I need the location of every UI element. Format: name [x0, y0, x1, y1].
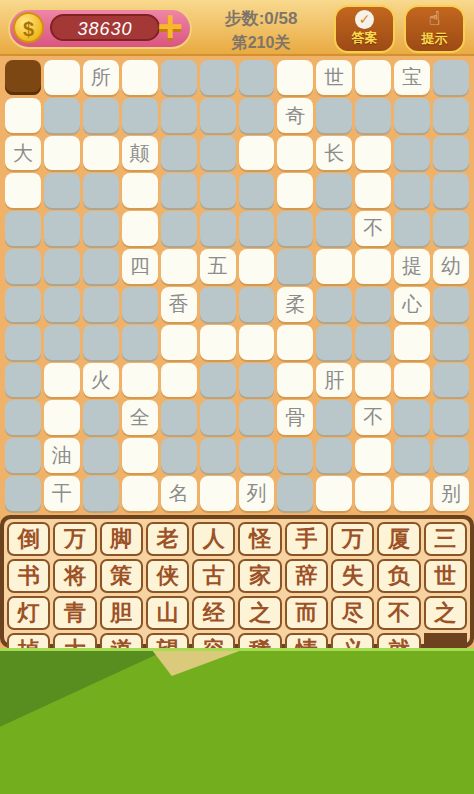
board-cell-blocked [122, 325, 158, 360]
game-screen: $ 38630 + 步数:0/58 第210关 ✓ 答案 ☝ 提示 所世宝奇大颠… [0, 0, 474, 794]
board-cell-blocked [5, 476, 41, 511]
tray-tile[interactable]: 辞 [285, 559, 328, 593]
tray-tile[interactable]: 策 [100, 559, 143, 593]
tray-tile[interactable]: 尽 [331, 596, 374, 630]
board-grid: 所世宝奇大颠长不四五提幼香柔心火肝全骨不油干名列别 [5, 60, 469, 511]
board-cell-blocked [5, 363, 41, 398]
board-cell-blocked [44, 249, 80, 284]
tray-tile[interactable]: 负 [377, 559, 420, 593]
board-cell-empty[interactable] [44, 400, 80, 435]
board-cell-blocked [5, 325, 41, 360]
coin-amount: 38630 [50, 14, 160, 41]
tray-tile[interactable]: 人 [192, 522, 235, 556]
board-cell-letter[interactable]: 干 [44, 476, 80, 511]
board-cell-blocked [200, 211, 236, 246]
tray-tile[interactable]: 书 [7, 559, 50, 593]
board-cell-blocked [316, 173, 352, 208]
board-cell-blocked [277, 438, 313, 473]
check-icon: ✓ [355, 10, 374, 29]
board-cell-blocked [394, 173, 430, 208]
board-cell-empty[interactable] [200, 476, 236, 511]
board-cell-empty[interactable] [394, 325, 430, 360]
board-cell-blocked [44, 173, 80, 208]
board-cell-blocked [5, 400, 41, 435]
board-cell-letter[interactable]: 油 [44, 438, 80, 473]
board-cell-blocked [239, 438, 275, 473]
board-cell-letter[interactable]: 幼 [433, 249, 469, 284]
board-cell-blocked [433, 98, 469, 133]
steps-panel: 步数:0/58 第210关 [194, 7, 328, 54]
board-cell-blocked [355, 325, 391, 360]
level-indicator: 第210关 [194, 33, 328, 54]
board-cell-blocked [83, 287, 119, 322]
board-cell-blocked [5, 249, 41, 284]
board-cell-letter[interactable]: 世 [316, 60, 352, 95]
board-cell-empty[interactable] [239, 325, 275, 360]
board-cell-blocked [122, 287, 158, 322]
board-cell-empty[interactable] [355, 476, 391, 511]
board-cell-blocked [433, 400, 469, 435]
tray-tile[interactable]: 厦 [377, 522, 420, 556]
tray-tile[interactable]: 灯 [7, 596, 50, 630]
board-cell-empty[interactable] [200, 325, 236, 360]
board-cell-empty[interactable] [122, 476, 158, 511]
board-cell-empty[interactable] [44, 60, 80, 95]
board-cell-blocked [161, 98, 197, 133]
board-cell-letter[interactable]: 不 [355, 400, 391, 435]
board-cell-letter[interactable]: 提 [394, 249, 430, 284]
board-cell-letter[interactable]: 火 [83, 363, 119, 398]
coin-icon: $ [13, 12, 44, 43]
tray-tile[interactable]: 脚 [100, 522, 143, 556]
board-cell-blocked [5, 211, 41, 246]
tray-tile[interactable]: 之 [424, 596, 467, 630]
board-cell-empty[interactable] [277, 173, 313, 208]
board-cell-letter[interactable]: 柔 [277, 287, 313, 322]
board-cell-blocked [239, 211, 275, 246]
board-cell-blocked [200, 98, 236, 133]
board-cell-blocked [5, 438, 41, 473]
board-cell-blocked [277, 211, 313, 246]
board-cell-empty[interactable] [316, 476, 352, 511]
board-cell-blocked [316, 400, 352, 435]
board-cell-blocked [239, 173, 275, 208]
board-cell-letter[interactable]: 肝 [316, 363, 352, 398]
board-cell-letter[interactable]: 宝 [394, 60, 430, 95]
tray-tile[interactable]: 胆 [100, 596, 143, 630]
board-cell-empty[interactable] [277, 60, 313, 95]
board-cell-blocked [161, 173, 197, 208]
tray-tile[interactable]: 将 [53, 559, 96, 593]
tray-tile[interactable]: 之 [238, 596, 281, 630]
board-cell-blocked [200, 287, 236, 322]
add-coins-button[interactable]: + [148, 4, 192, 50]
board-cell-letter[interactable]: 名 [161, 476, 197, 511]
board-cell-blocked [44, 325, 80, 360]
board-cell-letter[interactable]: 奇 [277, 98, 313, 133]
board-cell-blocked [355, 287, 391, 322]
sand-patch-shape [152, 650, 242, 676]
steps-counter: 步数:0/58 [194, 7, 328, 30]
board-cell-empty[interactable] [122, 438, 158, 473]
board-cell-blocked [433, 211, 469, 246]
tray-tile[interactable]: 三 [424, 522, 467, 556]
board-cell-letter[interactable]: 所 [83, 60, 119, 95]
board-cell-blocked [200, 400, 236, 435]
board-cell-letter[interactable]: 别 [433, 476, 469, 511]
board-cell-letter[interactable]: 香 [161, 287, 197, 322]
board-cell-empty[interactable] [394, 363, 430, 398]
board-cell-empty[interactable] [394, 476, 430, 511]
hint-button[interactable]: ☝ 提示 [404, 5, 465, 53]
board-cell-blocked [83, 249, 119, 284]
tray-tile[interactable]: 古 [192, 559, 235, 593]
board-cell-blocked [433, 136, 469, 171]
grass-background [0, 648, 474, 794]
board-cell-blocked [122, 98, 158, 133]
board-cell-empty[interactable] [316, 249, 352, 284]
board-cell-blocked [200, 438, 236, 473]
board-cell-blocked [394, 98, 430, 133]
top-bar: $ 38630 + 步数:0/58 第210关 ✓ 答案 ☝ 提示 [0, 0, 474, 56]
board-cell-blocked [83, 211, 119, 246]
board-cell-empty[interactable] [239, 249, 275, 284]
board-cell-blocked [394, 438, 430, 473]
tray-tile[interactable]: 失 [331, 559, 374, 593]
board-cell-empty[interactable] [161, 249, 197, 284]
board-cell-letter[interactable]: 长 [316, 136, 352, 171]
board-cell-blocked [5, 287, 41, 322]
board-cell-empty[interactable] [44, 136, 80, 171]
tray-grid: 倒万脚老人怪手万厦三书将策侠古家辞失负世灯青胆山经之而尽不之掉大道望容稀情义就 [4, 519, 470, 644]
board-cell-blocked [239, 60, 275, 95]
board-cell-blocked [83, 173, 119, 208]
tray-tile[interactable]: 经 [192, 596, 235, 630]
board-cell-blocked [316, 438, 352, 473]
tray-tile[interactable]: 青 [53, 596, 96, 630]
board-cell-empty[interactable] [355, 249, 391, 284]
board-cell-blocked [200, 363, 236, 398]
board-cell-blocked [316, 211, 352, 246]
board-cell-blocked [161, 136, 197, 171]
character-tray: 倒万脚老人怪手万厦三书将策侠古家辞失负世灯青胆山经之而尽不之掉大道望容稀情义就 [0, 515, 474, 648]
tray-tile[interactable]: 不 [377, 596, 420, 630]
board-cell-letter[interactable]: 全 [122, 400, 158, 435]
tray-tile[interactable]: 侠 [146, 559, 189, 593]
board-cell-blocked [433, 287, 469, 322]
tray-tile[interactable]: 家 [238, 559, 281, 593]
hint-button-label: 提示 [406, 30, 463, 48]
board-cell-blocked [161, 438, 197, 473]
board-cell-blocked [316, 325, 352, 360]
board-cell-blocked [394, 136, 430, 171]
board-cell-letter[interactable]: 四 [122, 249, 158, 284]
board-cell-letter[interactable]: 五 [200, 249, 236, 284]
tray-tile[interactable]: 怪 [238, 522, 281, 556]
tray-tile[interactable]: 万 [53, 522, 96, 556]
board-cell-blocked [277, 249, 313, 284]
board-cell-letter[interactable]: 不 [355, 211, 391, 246]
board-cell-empty[interactable] [277, 325, 313, 360]
board-cell-blocked [44, 98, 80, 133]
board-cell-blocked [239, 363, 275, 398]
tray-tile[interactable]: 万 [331, 522, 374, 556]
tray-tile[interactable]: 倒 [7, 522, 50, 556]
answer-button[interactable]: ✓ 答案 [334, 5, 395, 53]
board-cell-blocked [44, 287, 80, 322]
board-cell-blocked [161, 211, 197, 246]
board-cell-blocked [316, 287, 352, 322]
board-cell-blocked [433, 60, 469, 95]
tray-tile[interactable]: 世 [424, 559, 467, 593]
board-cell-blocked [433, 173, 469, 208]
board-cell-blocked [83, 325, 119, 360]
crossword-board: 所世宝奇大颠长不四五提幼香柔心火肝全骨不油干名列别 [0, 56, 474, 515]
tray-tile[interactable]: 山 [146, 596, 189, 630]
board-cell-blocked [83, 438, 119, 473]
board-cell-letter[interactable]: 心 [394, 287, 430, 322]
board-cell-blocked [316, 98, 352, 133]
board-cell-empty[interactable] [355, 438, 391, 473]
board-cell-blocked [83, 400, 119, 435]
board-cell-blocked [161, 60, 197, 95]
board-cell-blocked [83, 476, 119, 511]
board-cell-selected[interactable] [5, 60, 41, 95]
board-cell-blocked [200, 173, 236, 208]
board-cell-blocked [355, 98, 391, 133]
board-cell-empty[interactable] [277, 363, 313, 398]
board-cell-letter[interactable]: 列 [239, 476, 275, 511]
board-cell-blocked [433, 325, 469, 360]
hand-icon: ☝ [429, 8, 441, 30]
board-cell-blocked [394, 400, 430, 435]
board-cell-blocked [200, 60, 236, 95]
board-cell-blocked [394, 211, 430, 246]
board-cell-empty[interactable] [277, 136, 313, 171]
board-cell-empty[interactable] [122, 173, 158, 208]
tray-tile[interactable]: 手 [285, 522, 328, 556]
grass-shade-shape [0, 648, 474, 794]
coin-panel: $ 38630 + [8, 8, 192, 49]
board-cell-letter[interactable]: 颠 [122, 136, 158, 171]
board-cell-empty[interactable] [239, 136, 275, 171]
board-cell-empty[interactable] [355, 136, 391, 171]
board-cell-blocked [433, 438, 469, 473]
tray-tile[interactable]: 而 [285, 596, 328, 630]
board-cell-letter[interactable]: 大 [5, 136, 41, 171]
board-cell-blocked [277, 476, 313, 511]
board-cell-empty[interactable] [355, 60, 391, 95]
board-cell-empty[interactable] [122, 211, 158, 246]
board-cell-blocked [83, 98, 119, 133]
board-cell-blocked [161, 400, 197, 435]
board-cell-blocked [239, 400, 275, 435]
grass-edge-highlight [0, 648, 474, 651]
board-cell-empty[interactable] [122, 363, 158, 398]
board-cell-empty[interactable] [83, 136, 119, 171]
board-cell-empty[interactable] [5, 173, 41, 208]
tray-tile[interactable]: 老 [146, 522, 189, 556]
board-cell-blocked [239, 287, 275, 322]
board-cell-empty[interactable] [5, 98, 41, 133]
board-cell-blocked [44, 211, 80, 246]
board-cell-empty[interactable] [161, 325, 197, 360]
board-cell-empty[interactable] [355, 363, 391, 398]
board-cell-empty[interactable] [355, 173, 391, 208]
board-cell-blocked [200, 136, 236, 171]
board-cell-empty[interactable] [122, 60, 158, 95]
board-cell-letter[interactable]: 骨 [277, 400, 313, 435]
answer-button-label: 答案 [336, 29, 393, 47]
board-cell-empty[interactable] [161, 363, 197, 398]
board-cell-empty[interactable] [44, 363, 80, 398]
board-cell-blocked [239, 98, 275, 133]
board-cell-blocked [433, 363, 469, 398]
